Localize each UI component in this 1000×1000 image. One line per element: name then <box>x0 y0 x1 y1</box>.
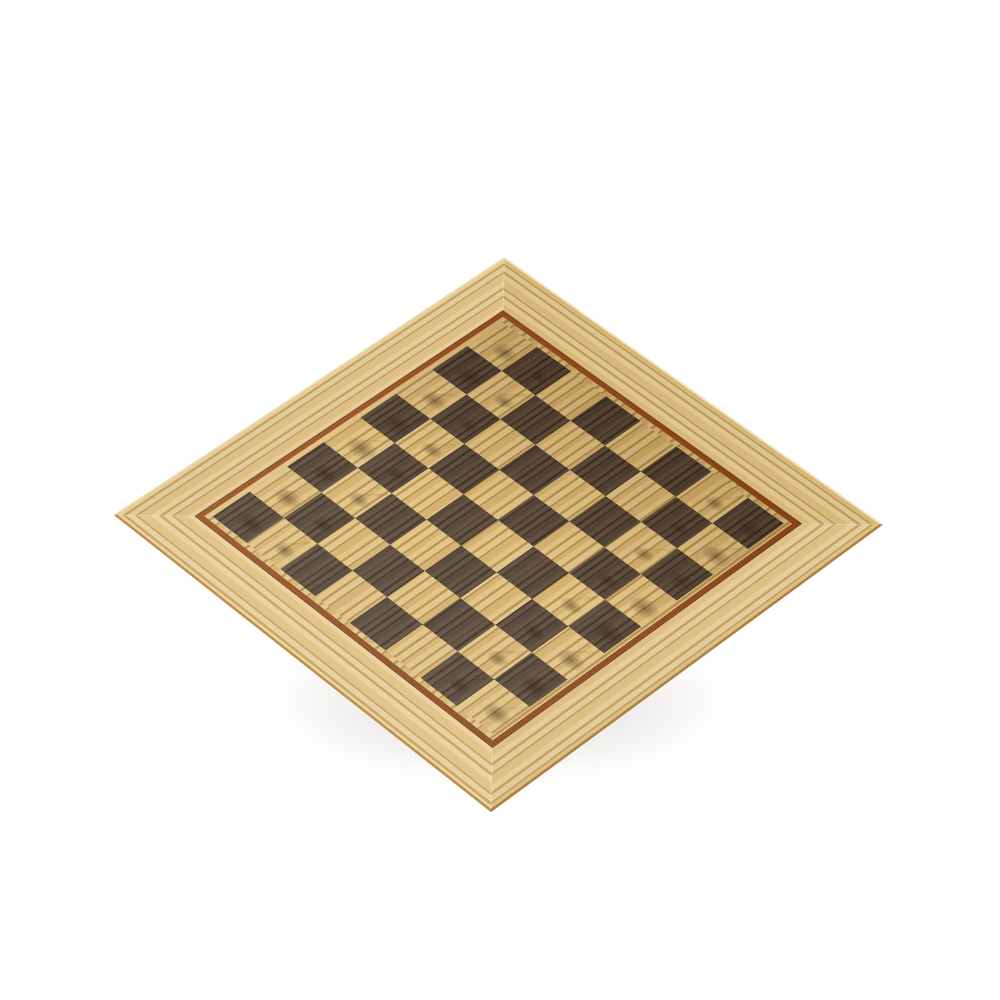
piece-black-pawn-h7: ♟ <box>241 453 321 557</box>
piece-white-rook-h1: ♜ <box>454 599 535 724</box>
product-photo-scene: ♜♞♟♝♟♛♟♚♟♝♟♞♟♟♜♟♟♜♟♟♞♟♝♟♛♟♚♟♝♟♞♜ <box>0 0 1000 1000</box>
